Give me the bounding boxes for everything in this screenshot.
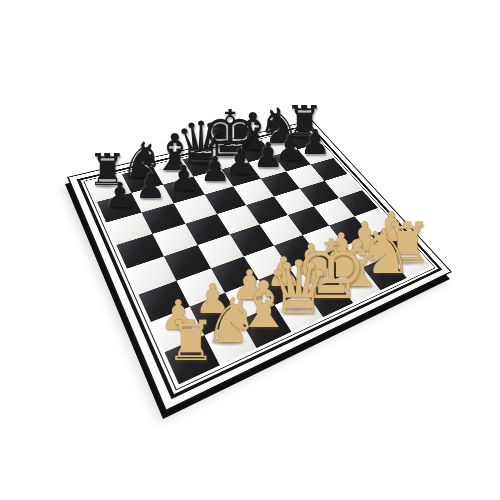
board-grid	[88, 129, 431, 384]
board-frame-outer-line	[77, 124, 443, 399]
product-photo: ♜♞♝♛♚♝♞♜♟♟♟♟♟♟♟♟♟♟♟♟♟♟♟♟♜♞♝♛♚♝♞♜	[0, 0, 500, 500]
